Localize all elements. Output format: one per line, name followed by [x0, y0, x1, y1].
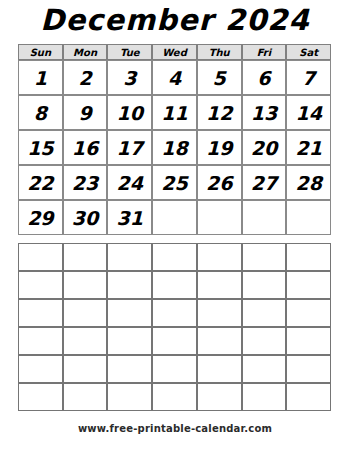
- notes-cell: [63, 271, 108, 299]
- date-cell-9: 9: [63, 95, 108, 130]
- date-cell-23: 23: [63, 165, 108, 200]
- notes-cell: [18, 327, 63, 355]
- date-cell-17: 17: [107, 130, 152, 165]
- day-header-mon: Mon: [63, 44, 108, 60]
- notes-cell: [152, 355, 197, 383]
- date-cell-14: 14: [286, 95, 331, 130]
- date-cell-29: 29: [18, 200, 63, 235]
- notes-cell: [152, 299, 197, 327]
- page-title: December 2024: [0, 3, 350, 37]
- date-cell-7: 7: [286, 60, 331, 95]
- date-cell-2: 2: [63, 60, 108, 95]
- notes-cell: [197, 243, 242, 271]
- notes-cell: [286, 355, 331, 383]
- notes-cell: [197, 383, 242, 411]
- notes-cell: [107, 243, 152, 271]
- notes-cell: [152, 243, 197, 271]
- date-cell-10: 10: [107, 95, 152, 130]
- notes-cell: [197, 271, 242, 299]
- notes-cell: [63, 243, 108, 271]
- date-cell-8: 8: [18, 95, 63, 130]
- notes-cell: [286, 383, 331, 411]
- date-cell-30: 30: [63, 200, 108, 235]
- notes-cell: [242, 327, 287, 355]
- notes-cell: [242, 271, 287, 299]
- date-cell-4: 4: [152, 60, 197, 95]
- calendar-grid: SunMonTueWedThuFriSat1234567891011121314…: [18, 44, 331, 235]
- day-header-wed: Wed: [152, 44, 197, 60]
- date-cell-22: 22: [18, 165, 63, 200]
- notes-cell: [197, 299, 242, 327]
- notes-cell: [152, 327, 197, 355]
- date-cell-3: 3: [107, 60, 152, 95]
- notes-cell: [242, 355, 287, 383]
- notes-cell: [18, 271, 63, 299]
- date-cell-19: 19: [197, 130, 242, 165]
- notes-cell: [18, 383, 63, 411]
- notes-cell: [107, 355, 152, 383]
- date-cell-6: 6: [242, 60, 287, 95]
- notes-cell: [107, 299, 152, 327]
- notes-grid: [18, 243, 331, 411]
- date-cell-11: 11: [152, 95, 197, 130]
- footer-url: www.free-printable-calendar.com: [0, 423, 350, 434]
- notes-cell: [197, 355, 242, 383]
- notes-cell: [286, 327, 331, 355]
- date-cell-empty: [152, 200, 197, 235]
- day-header-sat: Sat: [286, 44, 331, 60]
- date-cell-31: 31: [107, 200, 152, 235]
- notes-cell: [152, 383, 197, 411]
- day-header-fri: Fri: [242, 44, 287, 60]
- notes-cell: [286, 299, 331, 327]
- notes-cell: [63, 355, 108, 383]
- notes-cell: [242, 243, 287, 271]
- date-cell-25: 25: [152, 165, 197, 200]
- date-cell-24: 24: [107, 165, 152, 200]
- date-cell-13: 13: [242, 95, 287, 130]
- notes-cell: [18, 243, 63, 271]
- date-cell-empty: [197, 200, 242, 235]
- date-cell-28: 28: [286, 165, 331, 200]
- date-cell-12: 12: [197, 95, 242, 130]
- notes-cell: [18, 299, 63, 327]
- day-header-tue: Tue: [107, 44, 152, 60]
- date-cell-20: 20: [242, 130, 287, 165]
- notes-cell: [152, 271, 197, 299]
- date-cell-18: 18: [152, 130, 197, 165]
- date-cell-15: 15: [18, 130, 63, 165]
- day-header-sun: Sun: [18, 44, 63, 60]
- notes-cell: [107, 383, 152, 411]
- notes-cell: [63, 327, 108, 355]
- notes-cell: [197, 327, 242, 355]
- date-cell-5: 5: [197, 60, 242, 95]
- notes-cell: [107, 271, 152, 299]
- date-cell-27: 27: [242, 165, 287, 200]
- calendar-page: December 2024 SunMonTueWedThuFriSat12345…: [0, 0, 350, 450]
- notes-cell: [63, 299, 108, 327]
- notes-cell: [286, 243, 331, 271]
- date-cell-21: 21: [286, 130, 331, 165]
- notes-cell: [63, 383, 108, 411]
- day-header-thu: Thu: [197, 44, 242, 60]
- notes-cell: [242, 383, 287, 411]
- date-cell-empty: [286, 200, 331, 235]
- date-cell-16: 16: [63, 130, 108, 165]
- notes-cell: [242, 299, 287, 327]
- notes-cell: [18, 355, 63, 383]
- date-cell-1: 1: [18, 60, 63, 95]
- notes-cell: [286, 271, 331, 299]
- date-cell-empty: [242, 200, 287, 235]
- date-cell-26: 26: [197, 165, 242, 200]
- notes-cell: [107, 327, 152, 355]
